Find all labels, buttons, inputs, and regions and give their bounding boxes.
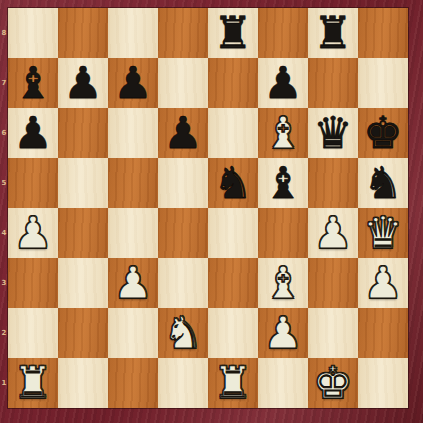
- square-e3[interactable]: [208, 258, 258, 308]
- piece-white-pawn-c3[interactable]: ♟: [108, 258, 158, 308]
- square-g4[interactable]: ♟: [308, 208, 358, 258]
- square-a1[interactable]: ♜: [8, 358, 58, 408]
- piece-black-king-h6[interactable]: ♚: [358, 108, 408, 158]
- square-c2[interactable]: [108, 308, 158, 358]
- square-e4[interactable]: [208, 208, 258, 258]
- square-c5[interactable]: [108, 158, 158, 208]
- square-g7[interactable]: [308, 58, 358, 108]
- piece-white-rook-e1[interactable]: ♜: [208, 358, 258, 408]
- square-c7[interactable]: ♟: [108, 58, 158, 108]
- piece-black-queen-g6[interactable]: ♛: [308, 108, 358, 158]
- square-a5[interactable]: [8, 158, 58, 208]
- square-c4[interactable]: [108, 208, 158, 258]
- piece-black-knight-h5[interactable]: ♞: [358, 158, 408, 208]
- square-c1[interactable]: [108, 358, 158, 408]
- square-g1[interactable]: ♚: [308, 358, 358, 408]
- square-h4[interactable]: ♛: [358, 208, 408, 258]
- square-h8[interactable]: [358, 8, 408, 58]
- piece-black-pawn-d6[interactable]: ♟: [158, 108, 208, 158]
- square-b7[interactable]: ♟: [58, 58, 108, 108]
- square-d1[interactable]: [158, 358, 208, 408]
- square-a7[interactable]: ♝: [8, 58, 58, 108]
- chess-board: ♜♜♝♟♟♟♟♟♝♛♚♞♝♞♟♟♛♟♝♟♞♟♜♜♚: [8, 8, 408, 408]
- square-d2[interactable]: ♞: [158, 308, 208, 358]
- square-a2[interactable]: [8, 308, 58, 358]
- square-d4[interactable]: [158, 208, 208, 258]
- rank-label-2: 2: [0, 308, 8, 358]
- rank-label-4: 4: [0, 208, 8, 258]
- square-e5[interactable]: ♞: [208, 158, 258, 208]
- square-f6[interactable]: ♝: [258, 108, 308, 158]
- square-a6[interactable]: ♟: [8, 108, 58, 158]
- square-e2[interactable]: [208, 308, 258, 358]
- square-e7[interactable]: [208, 58, 258, 108]
- square-b3[interactable]: [58, 258, 108, 308]
- square-f4[interactable]: [258, 208, 308, 258]
- piece-white-bishop-f6[interactable]: ♝: [258, 108, 308, 158]
- square-h2[interactable]: [358, 308, 408, 358]
- square-h7[interactable]: [358, 58, 408, 108]
- square-h1[interactable]: [358, 358, 408, 408]
- piece-white-pawn-g4[interactable]: ♟: [308, 208, 358, 258]
- square-c8[interactable]: [108, 8, 158, 58]
- piece-black-pawn-f7[interactable]: ♟: [258, 58, 308, 108]
- square-f2[interactable]: ♟: [258, 308, 308, 358]
- square-a3[interactable]: [8, 258, 58, 308]
- square-b4[interactable]: [58, 208, 108, 258]
- square-f5[interactable]: ♝: [258, 158, 308, 208]
- square-h6[interactable]: ♚: [358, 108, 408, 158]
- piece-white-pawn-h3[interactable]: ♟: [358, 258, 408, 308]
- chess-board-frame: 87654321 ABCDEFGH ♜♜♝♟♟♟♟♟♝♛♚♞♝♞♟♟♛♟♝♟♞♟…: [0, 0, 423, 423]
- square-b8[interactable]: [58, 8, 108, 58]
- square-d6[interactable]: ♟: [158, 108, 208, 158]
- square-f8[interactable]: [258, 8, 308, 58]
- piece-white-pawn-f2[interactable]: ♟: [258, 308, 308, 358]
- square-f1[interactable]: [258, 358, 308, 408]
- square-g3[interactable]: [308, 258, 358, 308]
- piece-black-pawn-a6[interactable]: ♟: [8, 108, 58, 158]
- square-d8[interactable]: [158, 8, 208, 58]
- piece-black-bishop-f5[interactable]: ♝: [258, 158, 308, 208]
- square-f7[interactable]: ♟: [258, 58, 308, 108]
- square-f3[interactable]: ♝: [258, 258, 308, 308]
- rank-label-1: 1: [0, 358, 8, 408]
- square-g2[interactable]: [308, 308, 358, 358]
- square-c6[interactable]: [108, 108, 158, 158]
- rank-label-3: 3: [0, 258, 8, 308]
- rank-label-5: 5: [0, 158, 8, 208]
- piece-white-bishop-f3[interactable]: ♝: [258, 258, 308, 308]
- piece-black-pawn-c7[interactable]: ♟: [108, 58, 158, 108]
- piece-black-bishop-a7[interactable]: ♝: [8, 58, 58, 108]
- square-d7[interactable]: [158, 58, 208, 108]
- square-g5[interactable]: [308, 158, 358, 208]
- square-a4[interactable]: ♟: [8, 208, 58, 258]
- square-a8[interactable]: [8, 8, 58, 58]
- square-d5[interactable]: [158, 158, 208, 208]
- square-g6[interactable]: ♛: [308, 108, 358, 158]
- square-g8[interactable]: ♜: [308, 8, 358, 58]
- piece-white-pawn-a4[interactable]: ♟: [8, 208, 58, 258]
- piece-white-rook-a1[interactable]: ♜: [8, 358, 58, 408]
- piece-black-rook-g8[interactable]: ♜: [308, 8, 358, 58]
- square-b1[interactable]: [58, 358, 108, 408]
- rank-label-7: 7: [0, 58, 8, 108]
- square-e6[interactable]: [208, 108, 258, 158]
- piece-white-knight-d2[interactable]: ♞: [158, 308, 208, 358]
- piece-white-king-g1[interactable]: ♚: [308, 358, 358, 408]
- square-e8[interactable]: ♜: [208, 8, 258, 58]
- square-b6[interactable]: [58, 108, 108, 158]
- square-c3[interactable]: ♟: [108, 258, 158, 308]
- square-e1[interactable]: ♜: [208, 358, 258, 408]
- rank-label-6: 6: [0, 108, 8, 158]
- piece-black-pawn-b7[interactable]: ♟: [58, 58, 108, 108]
- square-h5[interactable]: ♞: [358, 158, 408, 208]
- square-b5[interactable]: [58, 158, 108, 208]
- square-d3[interactable]: [158, 258, 208, 308]
- piece-white-queen-h4[interactable]: ♛: [358, 208, 408, 258]
- square-b2[interactable]: [58, 308, 108, 358]
- piece-black-rook-e8[interactable]: ♜: [208, 8, 258, 58]
- piece-black-knight-e5[interactable]: ♞: [208, 158, 258, 208]
- square-h3[interactable]: ♟: [358, 258, 408, 308]
- rank-label-8: 8: [0, 8, 8, 58]
